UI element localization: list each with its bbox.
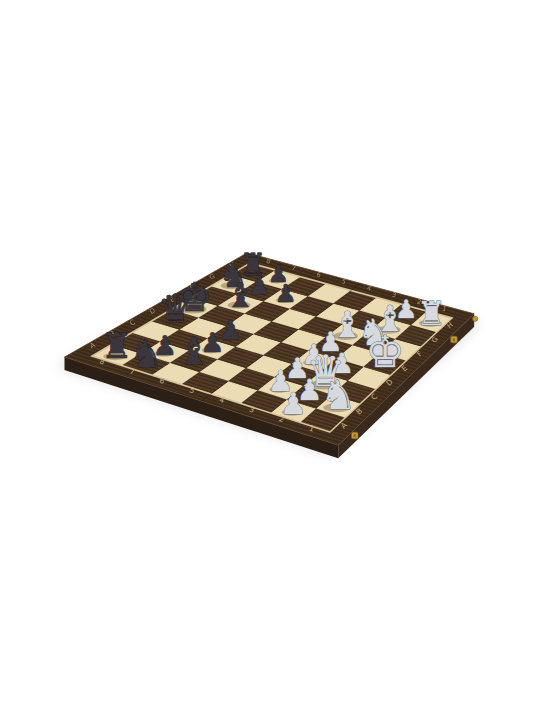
piece-glyph-n: ♞ <box>129 332 163 376</box>
brass-latch-right-pin <box>453 338 455 341</box>
piece-black-p-g6: ♟ <box>275 279 297 308</box>
piece-glyph-b: ♝ <box>177 329 211 373</box>
piece-glyph-n: ♞ <box>320 371 356 419</box>
piece-white-k-e1: ♚ <box>365 326 404 377</box>
piece-glyph-q: ♛ <box>158 286 193 331</box>
brass-latch-left-pin <box>354 434 356 437</box>
piece-white-p-a2: ♟ <box>280 386 307 421</box>
piece-glyph-r: ♜ <box>417 294 447 333</box>
piece-glyph-p: ♟ <box>280 386 307 421</box>
piece-white-n-b1: ♞ <box>320 371 356 419</box>
piece-black-b-f7: ♝ <box>225 275 255 315</box>
chess-board: 1122334455667788AABBCCDDEEFFGGHH♜♟♞♟♟♝♚♟… <box>0 0 540 720</box>
piece-black-r-a8: ♜ <box>101 326 132 366</box>
piece-glyph-k: ♚ <box>365 326 404 377</box>
piece-glyph-p: ♟ <box>275 279 297 308</box>
product-photo-chess-set: 1122334455667788AABBCCDDEEFFGGHH♜♟♞♟♟♝♚♟… <box>0 0 540 720</box>
piece-glyph-r: ♜ <box>101 326 132 366</box>
brass-hinge <box>473 316 478 321</box>
piece-glyph-b: ♝ <box>225 275 255 315</box>
piece-white-r-h1: ♜ <box>417 294 447 333</box>
piece-black-b-b6: ♝ <box>177 329 211 373</box>
piece-black-q-d8: ♛ <box>158 286 193 331</box>
piece-black-n-a7: ♞ <box>129 332 163 376</box>
